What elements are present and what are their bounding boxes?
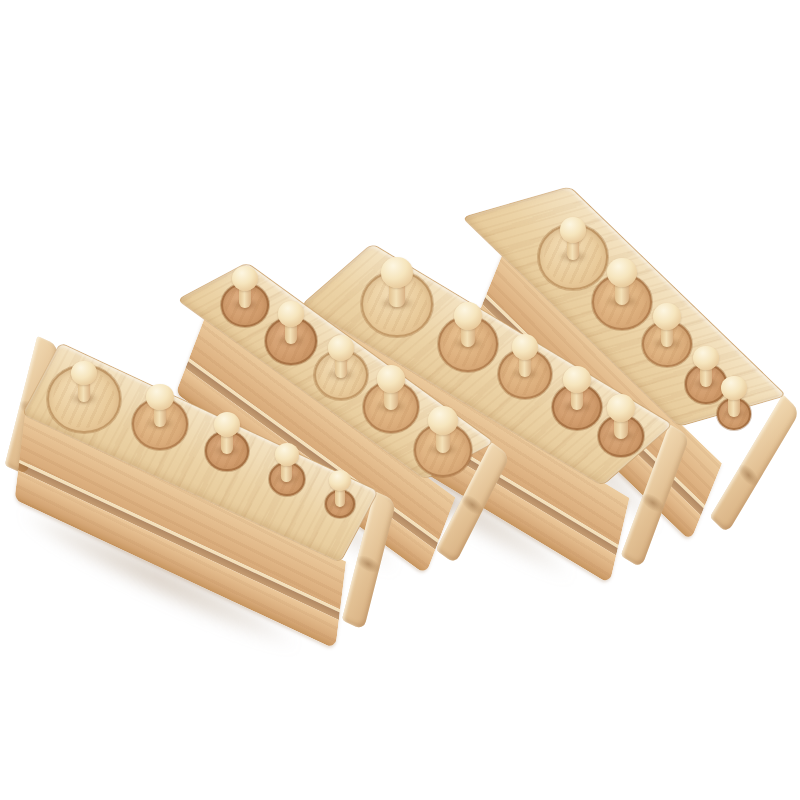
block-1-cylinders-overlay [0,0,800,800]
block-1-cylinder-knob-3 [214,412,240,454]
product-photo-canvas [0,0,800,800]
wooden-block-1 [0,0,800,800]
knob-ball [146,384,173,410]
block-1-cylinder-knob-4 [275,443,299,482]
knob-ball [71,361,97,386]
cylinder-blocks-scene [0,0,800,800]
block-1-cylinder-knob-1 [71,361,97,402]
knob-ball [214,412,240,437]
knob-ball [275,443,299,466]
knob-ball [329,470,351,491]
block-1-cylinder-knob-2 [146,384,173,427]
block-1-cylinder-knob-5 [329,470,351,507]
